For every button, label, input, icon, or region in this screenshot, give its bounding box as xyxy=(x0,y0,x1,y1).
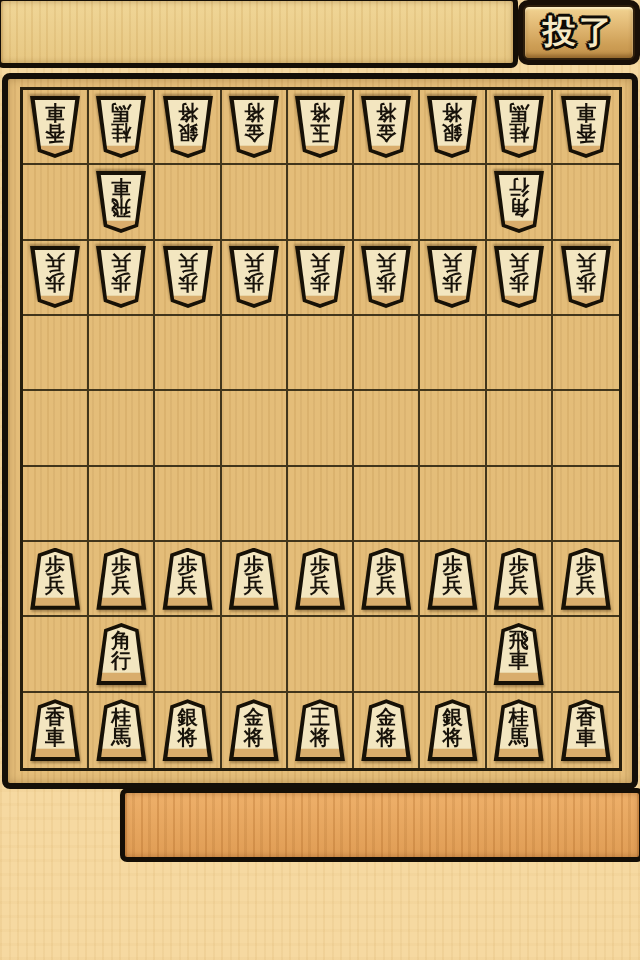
piece-kanji: 角 xyxy=(111,630,131,650)
piece-pawn-gote[interactable]: 歩兵 xyxy=(560,246,612,308)
piece-kanji: 兵 xyxy=(310,254,330,274)
piece-lance-gote[interactable]: 香車 xyxy=(29,96,81,158)
board-cell[interactable] xyxy=(354,316,420,391)
piece-kanji: 将 xyxy=(178,727,198,747)
board-cell[interactable]: 歩兵 xyxy=(553,542,619,617)
board-cell[interactable]: 角行 xyxy=(89,617,155,692)
piece-pawn-gote[interactable]: 歩兵 xyxy=(228,246,280,308)
piece-pawn-sente[interactable]: 歩兵 xyxy=(29,548,81,610)
piece-pawn-sente[interactable]: 歩兵 xyxy=(294,548,346,610)
piece-kanji: 車 xyxy=(576,103,596,123)
board-cell[interactable]: 飛車 xyxy=(89,165,155,240)
board-cell[interactable]: 金将 xyxy=(354,90,420,165)
piece-kanji: 歩 xyxy=(442,555,462,575)
piece-kanji: 兵 xyxy=(244,254,264,274)
piece-kanji: 香 xyxy=(45,123,65,143)
piece-rook-gote[interactable]: 飛車 xyxy=(95,171,147,233)
piece-kanji: 将 xyxy=(244,727,264,747)
piece-kanji: 将 xyxy=(178,103,198,123)
piece-knight-sente[interactable]: 桂馬 xyxy=(493,699,545,761)
piece-kanji: 桂 xyxy=(509,123,529,143)
piece-kanji: 兵 xyxy=(178,575,198,595)
shogi-board: 香車桂馬銀将金将玉将金将銀将桂馬香車飛車角行歩兵歩兵歩兵歩兵歩兵歩兵歩兵歩兵歩兵… xyxy=(2,73,638,789)
board-cell[interactable]: 角行 xyxy=(487,165,553,240)
piece-kanji: 兵 xyxy=(376,254,396,274)
piece-silver-gote[interactable]: 銀将 xyxy=(162,96,214,158)
board-cell[interactable]: 歩兵 xyxy=(222,241,288,316)
piece-kanji: 将 xyxy=(376,103,396,123)
board-cell[interactable] xyxy=(155,617,221,692)
piece-kanji: 車 xyxy=(45,103,65,123)
board-cell[interactable]: 歩兵 xyxy=(155,241,221,316)
captured-pieces-tray-gote xyxy=(0,0,518,68)
board-cell[interactable] xyxy=(420,617,486,692)
piece-kanji: 兵 xyxy=(111,575,131,595)
piece-kanji: 桂 xyxy=(111,707,131,727)
board-cell[interactable] xyxy=(155,467,221,542)
piece-lance-gote[interactable]: 香車 xyxy=(560,96,612,158)
board-cell[interactable] xyxy=(420,316,486,391)
piece-gold-sente[interactable]: 金将 xyxy=(228,699,280,761)
resign-button-label: 投了 xyxy=(543,10,615,55)
piece-gold-gote[interactable]: 金将 xyxy=(360,96,412,158)
piece-kanji: 歩 xyxy=(376,274,396,294)
piece-kanji: 金 xyxy=(376,707,396,727)
board-cell[interactable] xyxy=(155,316,221,391)
piece-kanji: 兵 xyxy=(45,575,65,595)
piece-kanji: 車 xyxy=(45,727,65,747)
board-cell[interactable]: 歩兵 xyxy=(487,241,553,316)
piece-kanji: 王 xyxy=(310,707,330,727)
piece-kanji: 歩 xyxy=(244,555,264,575)
board-cell[interactable]: 歩兵 xyxy=(89,241,155,316)
piece-kanji: 将 xyxy=(442,727,462,747)
piece-kanji: 車 xyxy=(576,727,596,747)
piece-kanji: 馬 xyxy=(111,103,131,123)
board-cell[interactable]: 歩兵 xyxy=(420,542,486,617)
board-cell[interactable] xyxy=(222,467,288,542)
piece-pawn-gote[interactable]: 歩兵 xyxy=(360,246,412,308)
piece-gold-sente[interactable]: 金将 xyxy=(360,699,412,761)
piece-kanji: 兵 xyxy=(576,575,596,595)
board-cell[interactable] xyxy=(553,391,619,466)
piece-kanji: 兵 xyxy=(244,575,264,595)
board-cell[interactable] xyxy=(23,391,89,466)
piece-knight-gote[interactable]: 桂馬 xyxy=(95,96,147,158)
piece-kanji: 兵 xyxy=(45,254,65,274)
board-cell[interactable]: 銀将 xyxy=(155,90,221,165)
board-cell[interactable] xyxy=(420,165,486,240)
piece-kanji: 兵 xyxy=(310,575,330,595)
board-cell[interactable]: 銀将 xyxy=(155,693,221,768)
piece-lance-sente[interactable]: 香車 xyxy=(560,699,612,761)
board-cell[interactable]: 歩兵 xyxy=(23,241,89,316)
piece-kanji: 兵 xyxy=(178,254,198,274)
board-cell[interactable]: 銀将 xyxy=(420,693,486,768)
piece-kanji: 兵 xyxy=(376,575,396,595)
shogi-app-screen: 投了 香車桂馬銀将金将玉将金将銀将桂馬香車飛車角行歩兵歩兵歩兵歩兵歩兵歩兵歩兵歩… xyxy=(0,0,640,960)
piece-silver-sente[interactable]: 銀将 xyxy=(162,699,214,761)
board-cell[interactable]: 飛車 xyxy=(487,617,553,692)
board-cell[interactable]: 香車 xyxy=(23,693,89,768)
resign-button[interactable]: 投了 xyxy=(518,0,640,65)
piece-knight-sente[interactable]: 桂馬 xyxy=(95,699,147,761)
board-cell[interactable]: 歩兵 xyxy=(354,542,420,617)
board-cell[interactable] xyxy=(288,391,354,466)
piece-kanji: 兵 xyxy=(576,254,596,274)
piece-kanji: 歩 xyxy=(244,274,264,294)
board-cell[interactable] xyxy=(420,391,486,466)
piece-king-sente[interactable]: 王将 xyxy=(294,699,346,761)
piece-kanji: 馬 xyxy=(111,727,131,747)
board-cell[interactable]: 香車 xyxy=(553,693,619,768)
piece-pawn-sente[interactable]: 歩兵 xyxy=(228,548,280,610)
board-cell[interactable] xyxy=(487,391,553,466)
captured-pieces-tray-sente xyxy=(120,788,640,862)
resign-button-face: 投了 xyxy=(523,5,635,60)
board-cell[interactable]: 香車 xyxy=(553,90,619,165)
piece-silver-sente[interactable]: 銀将 xyxy=(426,699,478,761)
piece-pawn-sente[interactable]: 歩兵 xyxy=(560,548,612,610)
piece-kanji: 馬 xyxy=(509,103,529,123)
board-cell[interactable]: 歩兵 xyxy=(487,542,553,617)
piece-pawn-sente[interactable]: 歩兵 xyxy=(95,548,147,610)
piece-kanji: 行 xyxy=(509,178,529,198)
board-cell[interactable] xyxy=(222,165,288,240)
piece-kanji: 歩 xyxy=(509,555,529,575)
shogi-grid: 香車桂馬銀将金将玉将金将銀将桂馬香車飛車角行歩兵歩兵歩兵歩兵歩兵歩兵歩兵歩兵歩兵… xyxy=(20,87,622,771)
board-cell[interactable] xyxy=(354,165,420,240)
board-cell[interactable] xyxy=(23,316,89,391)
piece-kanji: 車 xyxy=(509,650,529,670)
piece-kanji: 金 xyxy=(244,707,264,727)
piece-pawn-gote[interactable]: 歩兵 xyxy=(29,246,81,308)
board-cell[interactable]: 桂馬 xyxy=(89,693,155,768)
board-cell[interactable] xyxy=(222,316,288,391)
piece-kanji: 馬 xyxy=(509,727,529,747)
board-cell[interactable]: 玉将 xyxy=(288,90,354,165)
piece-kanji: 桂 xyxy=(111,123,131,143)
piece-kanji: 兵 xyxy=(442,254,462,274)
piece-kanji: 歩 xyxy=(442,274,462,294)
board-cell[interactable]: 桂馬 xyxy=(487,90,553,165)
board-cell[interactable] xyxy=(487,467,553,542)
piece-kanji: 歩 xyxy=(178,555,198,575)
board-cell[interactable] xyxy=(354,467,420,542)
board-cell[interactable] xyxy=(288,165,354,240)
piece-kanji: 金 xyxy=(376,123,396,143)
piece-kanji: 歩 xyxy=(310,274,330,294)
board-cell[interactable]: 歩兵 xyxy=(553,241,619,316)
piece-kanji: 飛 xyxy=(509,630,529,650)
piece-kanji: 銀 xyxy=(442,123,462,143)
piece-kanji: 桂 xyxy=(509,707,529,727)
board-cell[interactable] xyxy=(155,165,221,240)
piece-pawn-gote[interactable]: 歩兵 xyxy=(294,246,346,308)
board-cell[interactable]: 金将 xyxy=(222,693,288,768)
piece-pawn-sente[interactable]: 歩兵 xyxy=(493,548,545,610)
board-cell[interactable]: 歩兵 xyxy=(288,241,354,316)
board-cell[interactable] xyxy=(222,617,288,692)
piece-kanji: 将 xyxy=(376,727,396,747)
piece-kanji: 歩 xyxy=(178,274,198,294)
piece-kanji: 香 xyxy=(576,123,596,143)
piece-kanji: 兵 xyxy=(509,254,529,274)
piece-kanji: 銀 xyxy=(442,707,462,727)
piece-lance-sente[interactable]: 香車 xyxy=(29,699,81,761)
piece-kanji: 将 xyxy=(310,727,330,747)
piece-kanji: 角 xyxy=(509,198,529,218)
piece-kanji: 歩 xyxy=(111,274,131,294)
board-cell[interactable] xyxy=(553,316,619,391)
piece-kanji: 歩 xyxy=(45,274,65,294)
piece-pawn-gote[interactable]: 歩兵 xyxy=(95,246,147,308)
piece-kanji: 将 xyxy=(442,103,462,123)
piece-kanji: 銀 xyxy=(178,123,198,143)
board-cell[interactable] xyxy=(487,316,553,391)
board-cell[interactable] xyxy=(553,165,619,240)
board-cell[interactable]: 王将 xyxy=(288,693,354,768)
piece-knight-gote[interactable]: 桂馬 xyxy=(493,96,545,158)
board-cell[interactable] xyxy=(89,316,155,391)
board-cell[interactable]: 香車 xyxy=(23,90,89,165)
board-cell[interactable] xyxy=(553,467,619,542)
piece-kanji: 歩 xyxy=(111,555,131,575)
piece-kanji: 車 xyxy=(111,178,131,198)
piece-kanji: 飛 xyxy=(111,198,131,218)
board-cell[interactable]: 歩兵 xyxy=(222,542,288,617)
board-cell[interactable]: 歩兵 xyxy=(420,241,486,316)
piece-pawn-sente[interactable]: 歩兵 xyxy=(426,548,478,610)
piece-gold-gote[interactable]: 金将 xyxy=(228,96,280,158)
board-cell[interactable] xyxy=(288,316,354,391)
board-cell[interactable] xyxy=(354,391,420,466)
piece-kanji: 香 xyxy=(576,707,596,727)
piece-kanji: 香 xyxy=(45,707,65,727)
piece-rook-sente[interactable]: 飛車 xyxy=(493,623,545,685)
piece-silver-gote[interactable]: 銀将 xyxy=(426,96,478,158)
piece-king-gote[interactable]: 玉将 xyxy=(294,96,346,158)
piece-kanji: 行 xyxy=(111,650,131,670)
piece-kanji: 兵 xyxy=(111,254,131,274)
board-cell[interactable]: 金将 xyxy=(354,693,420,768)
board-cell[interactable] xyxy=(23,617,89,692)
piece-kanji: 歩 xyxy=(310,555,330,575)
piece-bishop-gote[interactable]: 角行 xyxy=(493,171,545,233)
piece-pawn-gote[interactable]: 歩兵 xyxy=(426,246,478,308)
board-cell[interactable] xyxy=(23,165,89,240)
board-cell[interactable] xyxy=(155,391,221,466)
board-cell[interactable] xyxy=(23,467,89,542)
board-cell[interactable] xyxy=(89,467,155,542)
piece-bishop-sente[interactable]: 角行 xyxy=(95,623,147,685)
piece-kanji: 歩 xyxy=(376,555,396,575)
piece-kanji: 将 xyxy=(310,103,330,123)
board-cell[interactable]: 桂馬 xyxy=(487,693,553,768)
board-cell[interactable]: 銀将 xyxy=(420,90,486,165)
piece-pawn-sente[interactable]: 歩兵 xyxy=(360,548,412,610)
piece-kanji: 将 xyxy=(244,103,264,123)
piece-kanji: 兵 xyxy=(442,575,462,595)
piece-kanji: 銀 xyxy=(178,707,198,727)
board-cell[interactable] xyxy=(553,617,619,692)
piece-kanji: 歩 xyxy=(509,274,529,294)
board-cell[interactable]: 桂馬 xyxy=(89,90,155,165)
board-cell[interactable] xyxy=(354,617,420,692)
piece-kanji: 歩 xyxy=(576,555,596,575)
piece-kanji: 兵 xyxy=(509,575,529,595)
piece-kanji: 歩 xyxy=(576,274,596,294)
piece-kanji: 歩 xyxy=(45,555,65,575)
piece-pawn-gote[interactable]: 歩兵 xyxy=(162,246,214,308)
board-cell[interactable]: 歩兵 xyxy=(23,542,89,617)
piece-kanji: 金 xyxy=(244,123,264,143)
board-cell[interactable] xyxy=(89,391,155,466)
board-cell[interactable]: 歩兵 xyxy=(354,241,420,316)
board-cell[interactable]: 金将 xyxy=(222,90,288,165)
piece-kanji: 玉 xyxy=(310,123,330,143)
board-cell[interactable] xyxy=(288,617,354,692)
board-cell[interactable] xyxy=(288,467,354,542)
board-cell[interactable] xyxy=(222,391,288,466)
piece-pawn-sente[interactable]: 歩兵 xyxy=(162,548,214,610)
board-cell[interactable]: 歩兵 xyxy=(89,542,155,617)
piece-pawn-gote[interactable]: 歩兵 xyxy=(493,246,545,308)
board-cell[interactable]: 歩兵 xyxy=(288,542,354,617)
board-cell[interactable]: 歩兵 xyxy=(155,542,221,617)
board-cell[interactable] xyxy=(420,467,486,542)
